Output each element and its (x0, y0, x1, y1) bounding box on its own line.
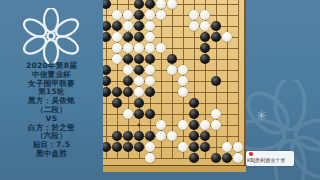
black-stone (189, 98, 199, 108)
info-panel: 2020年第8届 中信置业杯 女子围甲联赛 第15轮 黑方：吴依铭 （二段） V… (0, 0, 103, 180)
black-stone (145, 0, 155, 9)
white-stone (156, 43, 166, 53)
black-stone (145, 54, 155, 64)
white-stone (123, 109, 133, 119)
black-stone (145, 87, 155, 97)
white-stone (167, 0, 177, 9)
white-stone (222, 142, 232, 152)
black-stone (112, 98, 122, 108)
black-stone (211, 21, 221, 31)
black-stone (103, 21, 111, 31)
white-stone (200, 10, 210, 20)
white-stone (167, 65, 177, 75)
video-thumbnail: ✳ 2020年第8届 中信置业杯 女子围甲联赛 第15轮 黑方：吴依铭 （二段）… (0, 0, 320, 180)
black-stone (103, 65, 111, 75)
black-stone (134, 131, 144, 141)
white-stone (145, 65, 155, 75)
flower-logo-icon (20, 8, 82, 64)
white-stone (145, 32, 155, 42)
white-stone (178, 87, 188, 97)
black-stone (167, 54, 177, 64)
white-stone (145, 21, 155, 31)
black-stone (134, 0, 144, 9)
white-stone (123, 65, 133, 75)
white-stone (200, 21, 210, 31)
stones-layer (103, 0, 246, 166)
black-stone (134, 109, 144, 119)
white-stone (189, 21, 199, 31)
black-stone (222, 153, 232, 163)
white-stone (145, 43, 155, 53)
white-stone (156, 0, 166, 9)
white-stone (178, 76, 188, 86)
white-stone (145, 153, 155, 163)
black-stone (134, 65, 144, 75)
white-stone (233, 153, 243, 163)
black-stone (123, 76, 133, 86)
white-stone (123, 21, 133, 31)
black-stone (189, 120, 199, 130)
white-stone (112, 54, 122, 64)
white-stone (123, 43, 133, 53)
black-stone (123, 131, 133, 141)
channel-watermark: KBJ胜利酒业十录 (246, 151, 294, 166)
black-stone (123, 142, 133, 152)
result-line: 黑中盘胜 (0, 150, 103, 159)
black-stone (123, 32, 133, 42)
white-stone (156, 120, 166, 130)
black-stone (103, 32, 111, 42)
go-board (103, 0, 246, 172)
black-stone (211, 76, 221, 86)
white-stone (112, 43, 122, 53)
black-stone (103, 76, 111, 86)
white-stone (145, 76, 155, 86)
white-stone (211, 120, 221, 130)
red-dot-icon (249, 152, 253, 156)
black-stone (145, 131, 155, 141)
black-stone (103, 87, 111, 97)
white-stone (156, 131, 166, 141)
white-stone (178, 120, 188, 130)
black-stone (123, 87, 133, 97)
white-stone (211, 109, 221, 119)
white-stone (167, 131, 177, 141)
white-stone (134, 76, 144, 86)
white-stone (112, 10, 122, 20)
game-info-text: 2020年第8届 中信置业杯 女子围甲联赛 第15轮 黑方：吴依铭 （二段） V… (0, 62, 103, 159)
black-stone (189, 153, 199, 163)
white-stone (145, 142, 155, 152)
white-stone (222, 32, 232, 42)
black-stone (200, 54, 210, 64)
white-stone (112, 32, 122, 42)
sparkle-icon: ✳ (256, 108, 267, 123)
white-stone (233, 142, 243, 152)
black-stone (112, 21, 122, 31)
board-bottom-side (103, 165, 246, 172)
white-stone (145, 10, 155, 20)
black-stone (200, 32, 210, 42)
black-stone (134, 32, 144, 42)
black-stone (103, 0, 111, 9)
white-stone (134, 43, 144, 53)
black-stone (200, 142, 210, 152)
black-stone (134, 54, 144, 64)
black-stone (189, 142, 199, 152)
black-stone (134, 142, 144, 152)
black-stone (112, 87, 122, 97)
channel-watermark-text: KBJ胜利酒业十录 (247, 157, 293, 164)
black-stone (103, 142, 111, 152)
black-stone (200, 43, 210, 53)
white-stone (178, 65, 188, 75)
black-stone (112, 142, 122, 152)
white-stone (134, 87, 144, 97)
star-point (138, 124, 141, 127)
white-stone (189, 10, 199, 20)
black-stone (145, 109, 155, 119)
black-stone (211, 32, 221, 42)
black-stone (134, 98, 144, 108)
black-stone (123, 54, 133, 64)
white-stone (123, 10, 133, 20)
black-stone (112, 131, 122, 141)
black-stone (189, 109, 199, 119)
white-stone (178, 142, 188, 152)
black-stone (134, 21, 144, 31)
black-stone (134, 10, 144, 20)
black-stone (211, 153, 221, 163)
white-stone (200, 120, 210, 130)
black-stone (200, 131, 210, 141)
black-stone (189, 131, 199, 141)
white-stone (156, 10, 166, 20)
